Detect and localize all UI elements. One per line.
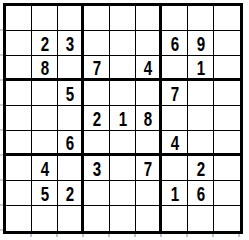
cell-r5c6[interactable]: 8 <box>136 106 162 131</box>
gridline-stub-bottom <box>6 234 240 237</box>
cell-r1c6[interactable] <box>136 6 162 31</box>
cell-r6c3[interactable]: 6 <box>58 131 84 156</box>
given-digit: 4 <box>170 132 178 153</box>
cell-r9c7[interactable] <box>162 206 188 231</box>
cell-r8c8[interactable]: 6 <box>188 181 214 206</box>
given-digit: 7 <box>170 83 178 104</box>
cell-r9c9[interactable] <box>214 206 240 231</box>
cell-r7c8[interactable]: 2 <box>188 156 214 181</box>
cell-r8c1[interactable] <box>6 181 32 206</box>
cell-r4c4[interactable] <box>84 81 110 106</box>
cell-r6c4[interactable] <box>84 131 110 156</box>
gridline-stub-left <box>0 6 3 234</box>
cell-r7c2[interactable]: 4 <box>32 156 58 181</box>
given-digit: 3 <box>65 33 73 54</box>
given-digit: 2 <box>65 183 73 204</box>
cell-r9c4[interactable] <box>84 206 110 231</box>
cell-r8c3[interactable]: 2 <box>58 181 84 206</box>
cell-r6c6[interactable] <box>136 131 162 156</box>
cell-r9c5[interactable] <box>110 206 136 231</box>
cell-r2c3[interactable]: 3 <box>58 31 84 56</box>
cell-r4c8[interactable] <box>188 81 214 106</box>
cell-r6c7[interactable]: 4 <box>162 131 188 156</box>
given-digit: 1 <box>196 57 204 78</box>
cell-r6c5[interactable] <box>110 131 136 156</box>
cell-r6c8[interactable] <box>188 131 214 156</box>
cell-r3c7[interactable] <box>162 56 188 81</box>
cell-r9c1[interactable] <box>6 206 32 231</box>
cell-r7c5[interactable] <box>110 156 136 181</box>
given-digit: 7 <box>92 57 100 78</box>
cell-r1c8[interactable] <box>188 6 214 31</box>
given-digit: 9 <box>196 33 204 54</box>
given-digit: 1 <box>118 108 126 129</box>
cell-r9c2[interactable] <box>32 206 58 231</box>
cell-r8c2[interactable]: 5 <box>32 181 58 206</box>
cell-r4c5[interactable] <box>110 81 136 106</box>
sudoku-board: 23698741572186443725216 <box>3 3 243 234</box>
cell-r5c9[interactable] <box>214 106 240 131</box>
cell-r3c6[interactable]: 4 <box>136 56 162 81</box>
cell-r8c4[interactable] <box>84 181 110 206</box>
cell-r4c2[interactable] <box>32 81 58 106</box>
cell-r5c2[interactable] <box>32 106 58 131</box>
cell-r2c1[interactable] <box>6 31 32 56</box>
cell-r1c2[interactable] <box>32 6 58 31</box>
given-digit: 8 <box>143 108 151 129</box>
cell-r2c9[interactable] <box>214 31 240 56</box>
cell-r7c1[interactable] <box>6 156 32 181</box>
cell-r1c3[interactable] <box>58 6 84 31</box>
cell-r2c6[interactable] <box>136 31 162 56</box>
cell-r5c4[interactable]: 2 <box>84 106 110 131</box>
cell-r3c5[interactable] <box>110 56 136 81</box>
cell-r3c2[interactable]: 8 <box>32 56 58 81</box>
cell-r4c3[interactable]: 5 <box>58 81 84 106</box>
cell-r4c9[interactable] <box>214 81 240 106</box>
given-digit: 2 <box>40 33 48 54</box>
cell-r1c1[interactable] <box>6 6 32 31</box>
given-digit: 4 <box>40 158 48 179</box>
cell-r3c9[interactable] <box>214 56 240 81</box>
cell-r8c9[interactable] <box>214 181 240 206</box>
cell-r1c5[interactable] <box>110 6 136 31</box>
cell-r8c5[interactable] <box>110 181 136 206</box>
cell-r8c6[interactable] <box>136 181 162 206</box>
cell-r9c6[interactable] <box>136 206 162 231</box>
cell-r4c7[interactable]: 7 <box>162 81 188 106</box>
given-digit: 7 <box>143 158 151 179</box>
cell-r5c8[interactable] <box>188 106 214 131</box>
cell-r7c3[interactable] <box>58 156 84 181</box>
cell-r5c1[interactable] <box>6 106 32 131</box>
given-digit: 6 <box>65 132 73 153</box>
cell-r2c5[interactable] <box>110 31 136 56</box>
cell-r3c1[interactable] <box>6 56 32 81</box>
cell-r1c4[interactable] <box>84 6 110 31</box>
cell-r6c2[interactable] <box>32 131 58 156</box>
cell-r9c3[interactable] <box>58 206 84 231</box>
cell-r5c3[interactable] <box>58 106 84 131</box>
cell-r3c3[interactable] <box>58 56 84 81</box>
cell-r1c9[interactable] <box>214 6 240 31</box>
given-digit: 6 <box>196 183 204 204</box>
cell-r7c6[interactable]: 7 <box>136 156 162 181</box>
given-digit: 6 <box>170 33 178 54</box>
cell-r1c7[interactable] <box>162 6 188 31</box>
sudoku-board-wrap: 23698741572186443725216 <box>3 3 243 234</box>
cell-r2c4[interactable] <box>84 31 110 56</box>
cell-r7c9[interactable] <box>214 156 240 181</box>
cell-r3c4[interactable]: 7 <box>84 56 110 81</box>
cell-r4c6[interactable] <box>136 81 162 106</box>
cell-r7c7[interactable] <box>162 156 188 181</box>
cell-r8c7[interactable]: 1 <box>162 181 188 206</box>
cell-r6c1[interactable] <box>6 131 32 156</box>
given-digit: 1 <box>170 183 178 204</box>
cell-r2c7[interactable]: 6 <box>162 31 188 56</box>
given-digit: 5 <box>40 183 48 204</box>
given-digit: 2 <box>92 108 100 129</box>
cell-r4c1[interactable] <box>6 81 32 106</box>
cell-r9c8[interactable] <box>188 206 214 231</box>
cell-r5c7[interactable] <box>162 106 188 131</box>
given-digit: 4 <box>143 57 151 78</box>
given-digit: 5 <box>65 83 73 104</box>
cell-r7c4[interactable]: 3 <box>84 156 110 181</box>
cell-r2c8[interactable]: 9 <box>188 31 214 56</box>
given-digit: 2 <box>196 158 204 179</box>
cell-r3c8[interactable]: 1 <box>188 56 214 81</box>
given-digit: 3 <box>92 158 100 179</box>
cell-r5c5[interactable]: 1 <box>110 106 136 131</box>
cell-r6c9[interactable] <box>214 131 240 156</box>
cell-r2c2[interactable]: 2 <box>32 31 58 56</box>
given-digit: 8 <box>40 57 48 78</box>
